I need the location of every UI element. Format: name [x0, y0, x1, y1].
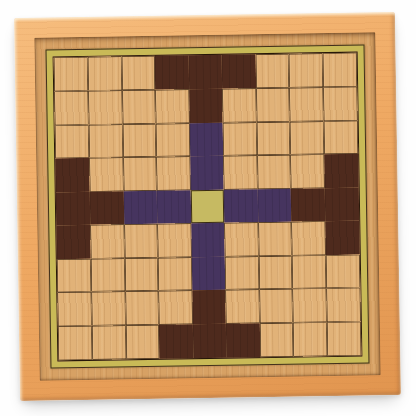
board-cell — [192, 290, 226, 324]
board-cell — [58, 292, 92, 326]
board-cell — [289, 53, 323, 87]
board-cell — [290, 87, 324, 121]
board-cell — [257, 155, 291, 189]
board-cell — [121, 56, 155, 90]
board-cell — [292, 255, 326, 289]
wooden-board-frame — [14, 12, 401, 401]
board-cell — [123, 157, 157, 191]
board-cell — [326, 255, 360, 289]
board-cell — [223, 122, 257, 156]
board-cell — [189, 89, 223, 123]
board-cell — [327, 322, 361, 356]
board-cell — [260, 323, 294, 357]
board-cell — [326, 288, 360, 322]
board-cell — [224, 155, 258, 189]
board-cell — [56, 158, 90, 192]
board-cell — [92, 325, 126, 359]
board-cell — [225, 256, 259, 290]
board-cell — [324, 154, 358, 188]
board-cell — [189, 122, 223, 156]
board-cell — [222, 88, 256, 122]
board-cell — [156, 123, 190, 157]
board-cell — [88, 90, 122, 124]
board-cell — [122, 123, 156, 157]
board-cell — [90, 191, 124, 225]
board-cell — [55, 124, 89, 158]
board-cell — [58, 326, 92, 360]
board-cell — [188, 55, 222, 89]
board-cell — [258, 222, 292, 256]
board-cell — [90, 225, 124, 259]
board-cell — [225, 223, 259, 257]
gold-border — [46, 45, 369, 368]
board-cell — [157, 224, 191, 258]
board-cell — [124, 258, 158, 292]
board-cell — [323, 87, 357, 121]
board-cell — [226, 323, 260, 357]
board-cell — [125, 325, 159, 359]
board-cell — [57, 225, 91, 259]
board-cell — [256, 54, 290, 88]
board-cell — [325, 187, 359, 221]
board-cell — [56, 192, 90, 226]
board-cell — [155, 56, 189, 90]
board-cell — [293, 289, 327, 323]
board-cell — [256, 88, 290, 122]
board-cell — [259, 256, 293, 290]
board-cell — [57, 259, 91, 293]
board-cell — [293, 322, 327, 356]
board-cell — [159, 324, 193, 358]
board-cell — [224, 189, 258, 223]
board-cell — [323, 53, 357, 87]
board-cell — [190, 156, 224, 190]
board-cell — [89, 124, 123, 158]
board-cell — [91, 258, 125, 292]
board-cell — [88, 57, 122, 91]
product-photo-background — [0, 0, 416, 416]
board-cell — [292, 221, 326, 255]
board-cell — [257, 121, 291, 155]
board-cell — [222, 55, 256, 89]
board-cell — [190, 189, 224, 223]
board-cell — [157, 190, 191, 224]
board-cell — [124, 224, 158, 258]
board-cell — [125, 291, 159, 325]
board-cell — [54, 57, 88, 91]
board-cell — [324, 120, 358, 154]
board-cell — [291, 188, 325, 222]
board-cell — [226, 290, 260, 324]
tafl-board-grid — [53, 52, 362, 361]
board-cell — [193, 324, 227, 358]
board-cell — [258, 188, 292, 222]
board-cell — [291, 154, 325, 188]
board-cell — [91, 292, 125, 326]
board-surface — [34, 32, 380, 380]
board-cell — [155, 89, 189, 123]
board-cell — [158, 257, 192, 291]
board-cell — [191, 257, 225, 291]
board-cell — [158, 291, 192, 325]
board-cell — [290, 121, 324, 155]
board-cell — [325, 221, 359, 255]
board-cell — [89, 157, 123, 191]
board-cell — [259, 289, 293, 323]
board-cell — [156, 156, 190, 190]
board-cell — [123, 190, 157, 224]
board-cell — [122, 90, 156, 124]
board-cell — [54, 91, 88, 125]
board-cell — [191, 223, 225, 257]
